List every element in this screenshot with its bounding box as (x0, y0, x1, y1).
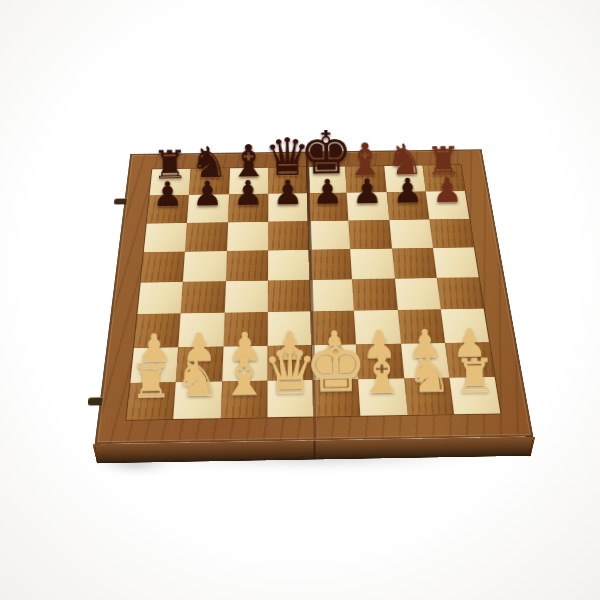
brass-clasp-icon (114, 198, 127, 204)
square-g4[interactable] (394, 278, 440, 310)
product-photo-stage: ♜♞♝♛♚♝♞♜♟♟♟♟♟♟♟♟♟♟♟♟♟♟♟♟♜♞♝♛♚♝♞♜ (0, 0, 600, 600)
square-e4[interactable] (310, 279, 354, 311)
piece-black-pawn-b7[interactable]: ♟ (192, 178, 223, 211)
square-h6[interactable] (429, 219, 474, 248)
box-front-side (93, 437, 536, 464)
piece-white-knight-g1[interactable]: ♞ (406, 350, 452, 398)
piece-white-rook-h1[interactable]: ♜ (454, 354, 496, 398)
square-b7[interactable]: ♟ (187, 195, 228, 223)
piece-white-bishop-c1[interactable]: ♝ (220, 351, 268, 402)
piece-black-pawn-a7[interactable]: ♟ (152, 178, 183, 211)
square-a5[interactable] (141, 252, 186, 283)
piece-black-pawn-h7[interactable]: ♟ (432, 174, 463, 207)
square-e1[interactable]: ♚ (313, 379, 361, 417)
piece-black-pawn-e7[interactable]: ♟ (312, 176, 343, 209)
piece-white-knight-b1[interactable]: ♞ (174, 354, 220, 403)
square-a1[interactable]: ♜ (127, 382, 176, 420)
square-c1[interactable]: ♝ (220, 380, 267, 418)
square-b5[interactable] (183, 251, 226, 282)
square-g7[interactable]: ♟ (386, 192, 429, 220)
piece-white-king-e1[interactable]: ♚ (304, 333, 368, 400)
square-b1[interactable]: ♞ (173, 381, 221, 419)
square-e5[interactable] (309, 249, 352, 280)
piece-black-pawn-c7[interactable]: ♟ (232, 177, 263, 210)
square-f4[interactable] (352, 279, 397, 311)
square-f7[interactable]: ♟ (347, 192, 389, 220)
square-f5[interactable] (350, 248, 394, 279)
scene: ♜♞♝♛♚♝♞♜♟♟♟♟♟♟♟♟♟♟♟♟♟♟♟♟♜♞♝♛♚♝♞♜ (0, 0, 600, 600)
piece-black-pawn-d7[interactable]: ♟ (272, 176, 303, 209)
square-e6[interactable] (308, 220, 350, 249)
square-d4[interactable] (268, 280, 311, 312)
square-b6[interactable] (185, 222, 227, 251)
piece-white-rook-a1[interactable]: ♜ (130, 359, 172, 403)
chess-board-box: ♜♞♝♛♚♝♞♜♟♟♟♟♟♟♟♟♟♟♟♟♟♟♟♟♜♞♝♛♚♝♞♜ (95, 149, 533, 444)
square-c4[interactable] (224, 281, 267, 313)
brass-clasp-icon (87, 397, 102, 405)
square-d5[interactable] (268, 250, 310, 281)
square-a4[interactable] (137, 282, 183, 314)
square-c6[interactable] (227, 221, 268, 250)
piece-black-pawn-f7[interactable]: ♟ (352, 175, 383, 208)
square-h1[interactable]: ♜ (449, 377, 500, 414)
square-d7[interactable]: ♟ (268, 193, 308, 221)
square-a7[interactable]: ♟ (147, 195, 189, 223)
square-b4[interactable] (181, 281, 226, 313)
square-e7[interactable]: ♟ (308, 193, 349, 221)
square-h5[interactable] (433, 247, 479, 278)
square-f6[interactable] (349, 220, 392, 249)
square-h4[interactable] (437, 277, 484, 309)
square-d6[interactable] (268, 221, 309, 250)
square-c7[interactable]: ♟ (228, 194, 268, 222)
square-g1[interactable]: ♞ (404, 377, 454, 414)
square-g5[interactable] (392, 248, 437, 279)
square-h7[interactable]: ♟ (426, 191, 470, 219)
piece-black-pawn-g7[interactable]: ♟ (392, 175, 423, 208)
square-g6[interactable] (389, 219, 433, 248)
square-a6[interactable] (144, 223, 187, 252)
square-c5[interactable] (225, 250, 267, 281)
chess-board-grid: ♜♞♝♛♚♝♞♜♟♟♟♟♟♟♟♟♟♟♟♟♟♟♟♟♜♞♝♛♚♝♞♜ (127, 165, 501, 420)
